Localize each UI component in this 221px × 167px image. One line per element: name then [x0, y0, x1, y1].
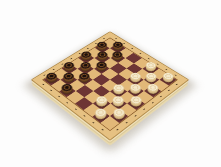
rail-dot — [50, 90, 52, 92]
photo-background — [0, 0, 221, 167]
rail-dot — [83, 115, 85, 117]
rail-dot — [75, 108, 77, 110]
rail-dot — [101, 129, 103, 131]
rail-dot — [156, 63, 158, 64]
rail-dot — [176, 84, 178, 86]
rail-dot — [131, 48, 133, 49]
rail-dot — [116, 129, 118, 131]
rail-dot — [66, 102, 68, 104]
rail-dot — [160, 96, 162, 98]
rail-dot — [123, 43, 125, 44]
board-surface — [31, 31, 189, 140]
board-scene — [54, 24, 166, 136]
rail-dot — [70, 58, 72, 59]
rail-dot — [103, 38, 105, 39]
rail-dot — [92, 122, 94, 124]
square-2-6[interactable] — [110, 53, 126, 63]
playing-grid — [42, 38, 178, 132]
rail-dot — [125, 122, 127, 124]
checkers-board — [31, 32, 189, 141]
rail-dot — [52, 69, 54, 70]
rail-dot — [152, 102, 154, 104]
rail-dot — [115, 38, 117, 39]
rail-dot — [148, 58, 150, 59]
rail-dot — [174, 74, 176, 76]
rail-dot — [168, 90, 170, 92]
rail-dot — [143, 108, 145, 110]
rail-dot — [165, 69, 167, 70]
rail-dot — [87, 48, 89, 49]
rail-dot — [139, 53, 141, 54]
rail-dot — [134, 115, 136, 117]
rail-dot — [58, 96, 60, 98]
rail-dot — [42, 84, 44, 86]
